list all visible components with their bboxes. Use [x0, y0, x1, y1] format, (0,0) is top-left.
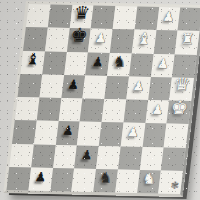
- square-h8: [7, 167, 31, 191]
- square-d4: [104, 76, 128, 100]
- black-pawn-c5: ♟: [91, 55, 104, 68]
- white-pawn-f3: ♟: [126, 126, 139, 139]
- square-g2: [139, 146, 163, 170]
- square-e7: [37, 98, 61, 122]
- square-a5: [91, 6, 115, 30]
- square-h1: ❃: [158, 170, 182, 194]
- square-f1: [164, 124, 188, 148]
- black-bishop-c8: ♝: [25, 51, 41, 67]
- white-pawn-a2: ♟: [162, 10, 175, 23]
- square-c3: [129, 53, 153, 77]
- white-pawn-d3: ♟: [132, 79, 145, 92]
- square-d5: [83, 75, 107, 99]
- square-d2: [148, 77, 172, 101]
- square-h6: [50, 168, 74, 192]
- square-e5: [80, 99, 104, 123]
- square-f8: [12, 120, 36, 144]
- white-pawn-e2: ♟: [151, 103, 164, 116]
- square-d6: ♟: [61, 75, 85, 99]
- black-queen-a6: ♛: [73, 3, 91, 21]
- square-f3: ♟: [121, 123, 145, 147]
- photo-background: ♛♟♚♟♝♜♝♟♞♟♟♟♛♟♚♟♟♟♟♞♞❃: [0, 0, 200, 200]
- white-rook-b1: ♜: [180, 32, 195, 47]
- square-c2: ♟: [151, 54, 175, 78]
- square-d8: [18, 74, 42, 98]
- square-a8: [26, 4, 50, 28]
- square-e6: [58, 98, 82, 122]
- white-pawn-b5: ♟: [94, 32, 107, 45]
- square-a2: ♟: [156, 7, 180, 31]
- black-pawn-g5: ♟: [80, 148, 93, 161]
- square-b1: ♜: [175, 31, 199, 55]
- square-d3: ♟: [126, 76, 150, 100]
- square-b7: [45, 28, 69, 52]
- square-f4: [99, 122, 123, 146]
- square-g8: [9, 144, 33, 168]
- square-c8: ♝: [20, 51, 44, 75]
- square-e2: ♟: [145, 100, 169, 124]
- white-bishop-b3: ♝: [136, 31, 152, 47]
- corner-stamp-emblem-icon: ❃: [170, 181, 180, 191]
- square-g1: [161, 147, 185, 171]
- square-f5: [77, 122, 101, 146]
- square-d7: [39, 74, 63, 98]
- square-a7: [48, 5, 72, 29]
- square-b5: ♟: [88, 29, 112, 53]
- square-g3: [118, 146, 142, 170]
- square-a4: [113, 6, 137, 30]
- chess-board: ♛♟♚♟♝♜♝♟♞♟♟♟♛♟♚♟♟♟♟♞♞❃: [3, 1, 200, 197]
- square-b8: [23, 27, 47, 51]
- white-knight-h2: ♞: [142, 171, 157, 186]
- square-c7: [42, 51, 66, 75]
- black-knight-c4: ♞: [112, 54, 127, 69]
- square-c6: [64, 52, 88, 76]
- black-pawn-h7: ♟: [34, 170, 47, 183]
- square-g6: [53, 145, 77, 169]
- square-a1: [178, 8, 200, 32]
- square-a3: [134, 7, 158, 31]
- square-h2: ♞: [137, 170, 161, 194]
- square-e1: ♚: [167, 100, 191, 124]
- square-h3: [115, 169, 139, 193]
- square-h4: ♞: [93, 169, 117, 193]
- square-g5: ♟: [74, 145, 98, 169]
- black-knight-h4: ♞: [98, 170, 113, 185]
- white-pawn-c2: ♟: [156, 56, 169, 69]
- square-b6: ♚: [66, 28, 90, 52]
- black-king-b6: ♚: [70, 26, 89, 45]
- square-g7: [31, 144, 55, 168]
- square-f7: [34, 121, 58, 145]
- square-e4: [102, 99, 126, 123]
- square-g4: [96, 146, 120, 170]
- square-f6: ♟: [55, 121, 79, 145]
- black-pawn-f6: ♟: [61, 124, 74, 137]
- black-pawn-d6: ♟: [67, 78, 80, 91]
- square-h7: ♟: [28, 167, 52, 191]
- square-b3: ♝: [132, 30, 156, 54]
- square-f2: [142, 123, 166, 147]
- square-b2: [153, 30, 177, 54]
- square-h5: [72, 168, 96, 192]
- white-queen-d1: ♛: [173, 76, 191, 94]
- square-e3: [123, 100, 147, 124]
- square-c5: ♟: [85, 52, 109, 76]
- square-b4: [110, 29, 134, 53]
- white-king-e1: ♚: [170, 98, 189, 117]
- square-e8: [15, 97, 39, 121]
- square-c4: ♞: [107, 53, 131, 77]
